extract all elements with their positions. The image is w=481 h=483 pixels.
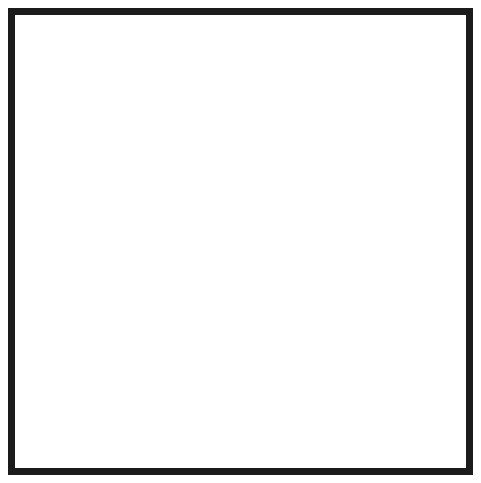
sudoku-page — [0, 0, 481, 483]
sudoku-board — [8, 8, 473, 475]
